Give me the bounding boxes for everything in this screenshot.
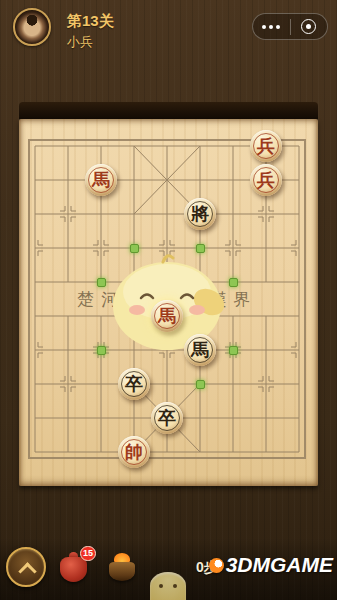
piece-glyph: 卒	[158, 409, 176, 427]
move-hint-dot[interactable]	[196, 244, 205, 253]
exit-button[interactable]	[291, 14, 328, 39]
move-hint-dot[interactable]	[229, 278, 238, 287]
piece-red-general[interactable]: 帥	[118, 436, 150, 468]
level-title: 第13关	[67, 12, 114, 31]
piece-glyph: 馬	[191, 341, 209, 359]
more-dots-icon	[262, 25, 280, 29]
move-hint-dot[interactable]	[97, 346, 106, 355]
piece-red-soldier[interactable]: 兵	[250, 130, 282, 162]
piece-glyph: 卒	[125, 375, 143, 393]
piece-glyph: 兵	[257, 137, 275, 155]
piece-black-soldier[interactable]: 卒	[118, 368, 150, 400]
piece-black-general[interactable]: 將	[184, 198, 216, 230]
piece-glyph: 兵	[257, 171, 275, 189]
move-hint-dot[interactable]	[130, 244, 139, 253]
move-hint-dot[interactable]	[97, 278, 106, 287]
hint-pouch-button[interactable]: 15	[58, 551, 90, 583]
watermark-text: 3DMGAME	[226, 553, 333, 577]
more-options-button[interactable]	[253, 14, 290, 39]
piece-glyph: 帥	[125, 443, 143, 461]
piece-glyph: 馬	[158, 307, 176, 325]
miniprogram-capsule	[252, 13, 328, 40]
lamp-item-button[interactable]	[106, 552, 138, 584]
piece-red-soldier[interactable]: 兵	[250, 164, 282, 196]
player-name: 小兵	[67, 33, 93, 51]
piece-red-horse[interactable]: 馬	[85, 164, 117, 196]
piece-black-soldier[interactable]: 卒	[151, 402, 183, 434]
piece-glyph: 將	[191, 205, 209, 223]
target-circle-icon	[301, 19, 316, 34]
xiangqi-board[interactable]: 楚河 漢界 兵兵馬將馬馬卒卒帥	[19, 102, 318, 486]
pouch-count-badge: 15	[80, 546, 96, 561]
step-counter: 0步	[196, 559, 218, 577]
piece-red-horse[interactable]: 馬	[151, 300, 183, 332]
piece-glyph: 馬	[92, 171, 110, 189]
bottom-toolbar: 15 0步 3DMGAME	[0, 538, 337, 600]
player-avatar[interactable]	[13, 8, 51, 46]
piece-black-horse[interactable]: 馬	[184, 334, 216, 366]
expand-menu-button[interactable]	[6, 547, 46, 587]
watermark: 3DMGAME	[209, 553, 333, 577]
peeking-mascot-icon[interactable]	[150, 572, 186, 600]
move-hint-dot[interactable]	[196, 380, 205, 389]
lamp-icon	[109, 562, 135, 581]
move-hint-dot[interactable]	[229, 346, 238, 355]
